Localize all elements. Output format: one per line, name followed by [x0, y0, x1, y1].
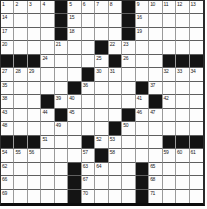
- clue-number: 40: [69, 95, 74, 101]
- white-cell-r1c7[interactable]: [95, 14, 108, 27]
- clue-number: 65: [150, 163, 155, 169]
- white-cell-r11c0[interactable]: 54: [1, 149, 14, 162]
- white-cell-r14c13[interactable]: [176, 190, 189, 203]
- white-cell-r0c13[interactable]: 12: [176, 1, 189, 14]
- white-cell-r7c2[interactable]: [28, 95, 41, 108]
- white-cell-r5c1[interactable]: 28: [14, 68, 27, 81]
- white-cell-r8c8[interactable]: [109, 109, 122, 122]
- clue-number: 23: [123, 41, 128, 47]
- white-cell-r5c12[interactable]: 32: [163, 68, 176, 81]
- white-cell-r4c3[interactable]: 24: [41, 55, 54, 68]
- white-cell-r0c7[interactable]: 7: [95, 1, 108, 14]
- white-cell-r9c3[interactable]: [41, 122, 54, 135]
- white-cell-r14c4[interactable]: [55, 190, 68, 203]
- clue-number: 58: [110, 149, 115, 155]
- white-cell-r1c11[interactable]: [149, 14, 162, 27]
- white-cell-r6c6[interactable]: 36: [82, 82, 95, 95]
- clue-number: 5: [69, 1, 71, 7]
- white-cell-r3c9[interactable]: 23: [122, 41, 135, 54]
- white-cell-r13c4[interactable]: [55, 176, 68, 189]
- white-cell-r5c4[interactable]: [55, 68, 68, 81]
- white-cell-r0c12[interactable]: 11: [163, 1, 176, 14]
- white-cell-r13c0[interactable]: 66: [1, 176, 14, 189]
- white-cell-r12c8[interactable]: [109, 163, 122, 176]
- white-cell-r8c0[interactable]: 43: [1, 109, 14, 122]
- white-cell-r1c10[interactable]: 16: [136, 14, 149, 27]
- white-cell-r11c9[interactable]: [122, 149, 135, 162]
- black-cell-r9c8: [109, 122, 122, 135]
- white-cell-r2c3[interactable]: [41, 28, 54, 41]
- white-cell-r3c6[interactable]: [82, 41, 95, 54]
- black-cell-r8c4: [55, 109, 68, 122]
- black-cell-r10c2: [28, 136, 41, 149]
- white-cell-r8c14[interactable]: [190, 109, 203, 122]
- white-cell-r6c8[interactable]: [109, 82, 122, 95]
- white-cell-r14c9[interactable]: [122, 190, 135, 203]
- white-cell-r1c12[interactable]: [163, 14, 176, 27]
- black-cell-r10c0: [1, 136, 14, 149]
- white-cell-r12c12[interactable]: [163, 163, 176, 176]
- clue-number: 41: [137, 95, 142, 101]
- white-cell-r12c13[interactable]: [176, 163, 189, 176]
- white-cell-r5c2[interactable]: 29: [28, 68, 41, 81]
- white-cell-r8c1[interactable]: [14, 109, 27, 122]
- white-cell-r12c14[interactable]: [190, 163, 203, 176]
- black-cell-r4c1: [14, 55, 27, 68]
- white-cell-r7c8[interactable]: [109, 95, 122, 108]
- white-cell-r0c10[interactable]: 9: [136, 1, 149, 14]
- clue-number: 69: [2, 190, 7, 196]
- white-cell-r9c4[interactable]: 49: [55, 122, 68, 135]
- white-cell-r4c6[interactable]: [82, 55, 95, 68]
- clue-number: 38: [2, 95, 7, 101]
- black-cell-r1c9: [122, 14, 135, 27]
- black-cell-r14c10: [136, 190, 149, 203]
- white-cell-r13c6[interactable]: 67: [82, 176, 95, 189]
- crossword-grid: 1234567891011121314151617181920212223242…: [0, 0, 205, 206]
- clue-number: 55: [15, 149, 20, 155]
- black-cell-r13c10: [136, 176, 149, 189]
- clue-number: 2: [15, 1, 17, 7]
- white-cell-r11c10[interactable]: [136, 149, 149, 162]
- white-cell-r13c9[interactable]: [122, 176, 135, 189]
- clue-number: 64: [96, 163, 101, 169]
- white-cell-r8c3[interactable]: 44: [41, 109, 54, 122]
- clue-number: 36: [83, 82, 88, 88]
- clue-number: 15: [69, 14, 74, 20]
- white-cell-r8c10[interactable]: 46: [136, 109, 149, 122]
- white-cell-r3c8[interactable]: 22: [109, 41, 122, 54]
- white-cell-r4c5[interactable]: [68, 55, 81, 68]
- black-cell-r11c7: [95, 149, 108, 162]
- clue-number: 70: [83, 190, 88, 196]
- white-cell-r7c14[interactable]: [190, 95, 203, 108]
- white-cell-r1c6[interactable]: [82, 14, 95, 27]
- white-cell-r7c7[interactable]: [95, 95, 108, 108]
- white-cell-r9c9[interactable]: 50: [122, 122, 135, 135]
- black-cell-r4c8: [109, 55, 122, 68]
- white-cell-r7c1[interactable]: [14, 95, 27, 108]
- black-cell-r5c6: [82, 68, 95, 81]
- white-cell-r13c2[interactable]: [28, 176, 41, 189]
- clue-number: 54: [2, 149, 7, 155]
- clue-number: 8: [110, 1, 112, 7]
- white-cell-r3c5[interactable]: [68, 41, 81, 54]
- white-cell-r12c0[interactable]: 62: [1, 163, 14, 176]
- black-cell-r4c0: [1, 55, 14, 68]
- white-cell-r7c6[interactable]: [82, 95, 95, 108]
- white-cell-r13c13[interactable]: [176, 176, 189, 189]
- black-cell-r4c2: [28, 55, 41, 68]
- white-cell-r3c13[interactable]: [176, 41, 189, 54]
- white-cell-r4c10[interactable]: [136, 55, 149, 68]
- white-cell-r12c11[interactable]: 65: [149, 163, 162, 176]
- white-cell-r4c4[interactable]: [55, 55, 68, 68]
- clue-number: 45: [69, 109, 74, 115]
- black-cell-r10c14: [190, 136, 203, 149]
- white-cell-r7c10[interactable]: 41: [136, 95, 149, 108]
- clue-number: 20: [2, 41, 7, 47]
- white-cell-r14c6[interactable]: 70: [82, 190, 95, 203]
- clue-number: 9: [137, 1, 139, 7]
- clue-number: 47: [150, 109, 155, 115]
- white-cell-r8c2[interactable]: [28, 109, 41, 122]
- clue-number: 51: [42, 136, 47, 142]
- white-cell-r9c14[interactable]: [190, 122, 203, 135]
- clue-number: 46: [137, 109, 142, 115]
- clue-number: 12: [177, 1, 182, 7]
- white-cell-r6c2[interactable]: [28, 82, 41, 95]
- black-cell-r4c12: [163, 55, 176, 68]
- black-cell-r8c9: [122, 109, 135, 122]
- clue-number: 50: [123, 122, 128, 128]
- white-cell-r4c11[interactable]: [149, 55, 162, 68]
- clue-number: 62: [2, 163, 7, 169]
- white-cell-r14c0[interactable]: 69: [1, 190, 14, 203]
- white-cell-r11c3[interactable]: [41, 149, 54, 162]
- white-cell-r14c14[interactable]: [190, 190, 203, 203]
- white-cell-r9c12[interactable]: [163, 122, 176, 135]
- clue-number: 71: [150, 190, 155, 196]
- black-cell-r6c10: [136, 82, 149, 95]
- white-cell-r12c6[interactable]: 63: [82, 163, 95, 176]
- black-cell-r0c4: [55, 1, 68, 14]
- clue-number: 66: [2, 176, 7, 182]
- white-cell-r0c14[interactable]: 13: [190, 1, 203, 14]
- clue-number: 22: [110, 41, 115, 47]
- white-cell-r2c8[interactable]: [109, 28, 122, 41]
- white-cell-r3c12[interactable]: [163, 41, 176, 54]
- white-cell-r4c7[interactable]: 25: [95, 55, 108, 68]
- white-cell-r1c2[interactable]: [28, 14, 41, 27]
- white-cell-r3c10[interactable]: [136, 41, 149, 54]
- clue-number: 3: [29, 1, 31, 7]
- white-cell-r9c2[interactable]: [28, 122, 41, 135]
- white-cell-r3c2[interactable]: [28, 41, 41, 54]
- white-cell-r11c5[interactable]: [68, 149, 81, 162]
- white-cell-r13c1[interactable]: [14, 176, 27, 189]
- clue-number: 34: [191, 68, 196, 74]
- white-cell-r0c2[interactable]: 3: [28, 1, 41, 14]
- white-cell-r11c14[interactable]: 61: [190, 149, 203, 162]
- white-cell-r2c11[interactable]: [149, 28, 162, 41]
- white-cell-r0c1[interactable]: 2: [14, 1, 27, 14]
- clue-number: 17: [2, 28, 7, 34]
- white-cell-r1c13[interactable]: [176, 14, 189, 27]
- white-cell-r14c11[interactable]: 71: [149, 190, 162, 203]
- white-cell-r0c6[interactable]: 6: [82, 1, 95, 14]
- clue-number: 13: [191, 1, 196, 7]
- black-cell-r1c4: [55, 14, 68, 27]
- white-cell-r5c7[interactable]: 30: [95, 68, 108, 81]
- black-cell-r3c7: [95, 41, 108, 54]
- white-cell-r12c3[interactable]: [41, 163, 54, 176]
- white-cell-r9c0[interactable]: 48: [1, 122, 14, 135]
- black-cell-r10c6: [82, 136, 95, 149]
- white-cell-r5c13[interactable]: 33: [176, 68, 189, 81]
- white-cell-r2c6[interactable]: [82, 28, 95, 41]
- white-cell-r12c7[interactable]: 64: [95, 163, 108, 176]
- black-cell-r12c5: [68, 163, 81, 176]
- white-cell-r7c12[interactable]: 42: [163, 95, 176, 108]
- clue-number: 28: [15, 68, 20, 74]
- white-cell-r8c7[interactable]: [95, 109, 108, 122]
- white-cell-r13c7[interactable]: [95, 176, 108, 189]
- white-cell-r9c1[interactable]: [14, 122, 27, 135]
- clue-number: 21: [56, 41, 61, 47]
- white-cell-r11c1[interactable]: 55: [14, 149, 27, 162]
- clue-number: 57: [83, 149, 88, 155]
- white-cell-r5c11[interactable]: [149, 68, 162, 81]
- white-cell-r2c7[interactable]: [95, 28, 108, 41]
- white-cell-r5c5[interactable]: [68, 68, 81, 81]
- clue-number: 4: [42, 1, 44, 7]
- clue-number: 11: [164, 1, 169, 7]
- clue-number: 42: [164, 95, 169, 101]
- clue-number: 44: [42, 109, 47, 115]
- white-cell-r3c4[interactable]: 21: [55, 41, 68, 54]
- white-cell-r14c8[interactable]: [109, 190, 122, 203]
- white-cell-r7c4[interactable]: 39: [55, 95, 68, 108]
- white-cell-r12c2[interactable]: [28, 163, 41, 176]
- clue-number: 39: [56, 95, 61, 101]
- black-cell-r10c1: [14, 136, 27, 149]
- white-cell-r1c5[interactable]: 15: [68, 14, 81, 27]
- white-cell-r10c7[interactable]: 52: [95, 136, 108, 149]
- white-cell-r6c3[interactable]: [41, 82, 54, 95]
- white-cell-r0c8[interactable]: 8: [109, 1, 122, 14]
- white-cell-r8c5[interactable]: 45: [68, 109, 81, 122]
- clue-number: 26: [123, 55, 128, 61]
- clue-number: 53: [110, 136, 115, 142]
- white-cell-r6c12[interactable]: [163, 82, 176, 95]
- white-cell-r6c14[interactable]: [190, 82, 203, 95]
- white-cell-r1c1[interactable]: [14, 14, 27, 27]
- white-cell-r10c3[interactable]: 51: [41, 136, 54, 149]
- white-cell-r4c9[interactable]: 26: [122, 55, 135, 68]
- white-cell-r2c10[interactable]: 19: [136, 28, 149, 41]
- clue-number: 61: [191, 149, 196, 155]
- white-cell-r6c11[interactable]: 37: [149, 82, 162, 95]
- clue-number: 33: [177, 68, 182, 74]
- black-cell-r2c4: [55, 28, 68, 41]
- clue-number: 27: [2, 68, 7, 74]
- clue-number: 29: [29, 68, 34, 74]
- clue-number: 60: [177, 149, 182, 155]
- white-cell-r14c12[interactable]: [163, 190, 176, 203]
- white-cell-r11c11[interactable]: [149, 149, 162, 162]
- white-cell-r6c7[interactable]: [95, 82, 108, 95]
- white-cell-r7c9[interactable]: [122, 95, 135, 108]
- white-cell-r1c3[interactable]: [41, 14, 54, 27]
- clue-number: 48: [2, 122, 7, 128]
- white-cell-r9c13[interactable]: [176, 122, 189, 135]
- white-cell-r9c10[interactable]: [136, 122, 149, 135]
- white-cell-r8c13[interactable]: [176, 109, 189, 122]
- white-cell-r10c4[interactable]: [55, 136, 68, 149]
- white-cell-r2c2[interactable]: [28, 28, 41, 41]
- black-cell-r0c9: [122, 1, 135, 14]
- white-cell-r1c0[interactable]: 14: [1, 14, 14, 27]
- clue-number: 56: [29, 149, 34, 155]
- clue-number: 24: [42, 55, 47, 61]
- white-cell-r1c8[interactable]: [109, 14, 122, 27]
- white-cell-r2c14[interactable]: [190, 28, 203, 41]
- white-cell-r9c6[interactable]: [82, 122, 95, 135]
- white-cell-r5c3[interactable]: [41, 68, 54, 81]
- white-cell-r2c5[interactable]: 18: [68, 28, 81, 41]
- clue-number: 25: [96, 55, 101, 61]
- white-cell-r3c1[interactable]: [14, 41, 27, 54]
- white-cell-r14c1[interactable]: [14, 190, 27, 203]
- white-cell-r5c10[interactable]: [136, 68, 149, 81]
- black-cell-r10c12: [163, 136, 176, 149]
- clue-number: 63: [83, 163, 88, 169]
- white-cell-r10c10[interactable]: [136, 136, 149, 149]
- white-cell-r7c13[interactable]: [176, 95, 189, 108]
- white-cell-r13c12[interactable]: [163, 176, 176, 189]
- white-cell-r12c9[interactable]: [122, 163, 135, 176]
- black-cell-r7c3: [41, 95, 54, 108]
- white-cell-r11c13[interactable]: 60: [176, 149, 189, 162]
- white-cell-r3c3[interactable]: [41, 41, 54, 54]
- clue-number: 30: [96, 68, 101, 74]
- white-cell-r13c11[interactable]: 68: [149, 176, 162, 189]
- white-cell-r0c0[interactable]: 1: [1, 1, 14, 14]
- white-cell-r11c4[interactable]: [55, 149, 68, 162]
- white-cell-r5c14[interactable]: 34: [190, 68, 203, 81]
- black-cell-r12c10: [136, 163, 149, 176]
- white-cell-r6c9[interactable]: [122, 82, 135, 95]
- white-cell-r14c7[interactable]: [95, 190, 108, 203]
- clue-number: 43: [2, 109, 7, 115]
- white-cell-r14c2[interactable]: [28, 190, 41, 203]
- white-cell-r9c11[interactable]: [149, 122, 162, 135]
- white-cell-r10c9[interactable]: [122, 136, 135, 149]
- white-cell-r11c12[interactable]: 59: [163, 149, 176, 162]
- white-cell-r5c8[interactable]: 31: [109, 68, 122, 81]
- white-cell-r13c3[interactable]: [41, 176, 54, 189]
- white-cell-r2c0[interactable]: 17: [1, 28, 14, 41]
- white-cell-r10c8[interactable]: 53: [109, 136, 122, 149]
- black-cell-r7c11: [149, 95, 162, 108]
- white-cell-r8c11[interactable]: 47: [149, 109, 162, 122]
- white-cell-r5c0[interactable]: 27: [1, 68, 14, 81]
- white-cell-r2c13[interactable]: [176, 28, 189, 41]
- white-cell-r8c12[interactable]: [163, 109, 176, 122]
- white-cell-r3c14[interactable]: [190, 41, 203, 54]
- white-cell-r8c6[interactable]: [82, 109, 95, 122]
- white-cell-r10c5[interactable]: [68, 136, 81, 149]
- clue-number: 68: [150, 176, 155, 182]
- clue-number: 1: [2, 1, 4, 7]
- clue-number: 19: [137, 28, 142, 34]
- black-cell-r4c13: [176, 55, 189, 68]
- white-cell-r6c13[interactable]: [176, 82, 189, 95]
- white-cell-r1c14[interactable]: [190, 14, 203, 27]
- white-cell-r9c5[interactable]: [68, 122, 81, 135]
- clue-number: 52: [96, 136, 101, 142]
- white-cell-r0c5[interactable]: 5: [68, 1, 81, 14]
- white-cell-r0c3[interactable]: 4: [41, 1, 54, 14]
- white-cell-r10c11[interactable]: [149, 136, 162, 149]
- white-cell-r6c0[interactable]: 35: [1, 82, 14, 95]
- clue-number: 35: [2, 82, 7, 88]
- clue-number: 59: [164, 149, 169, 155]
- white-cell-r5c9[interactable]: [122, 68, 135, 81]
- white-cell-r12c4[interactable]: [55, 163, 68, 176]
- white-cell-r3c0[interactable]: 20: [1, 41, 14, 54]
- white-cell-r0c11[interactable]: 10: [149, 1, 162, 14]
- clue-number: 49: [56, 122, 61, 128]
- clue-number: 18: [69, 28, 74, 34]
- black-cell-r6c5: [68, 82, 81, 95]
- clue-number: 7: [96, 1, 98, 7]
- white-cell-r12c1[interactable]: [14, 163, 27, 176]
- clue-number: 31: [110, 68, 115, 74]
- clue-number: 67: [83, 176, 88, 182]
- white-cell-r11c2[interactable]: 56: [28, 149, 41, 162]
- white-cell-r14c3[interactable]: [41, 190, 54, 203]
- clue-number: 16: [137, 14, 142, 20]
- white-cell-r9c7[interactable]: [95, 122, 108, 135]
- white-cell-r11c6[interactable]: 57: [82, 149, 95, 162]
- clue-number: 10: [150, 1, 155, 7]
- black-cell-r2c9: [122, 28, 135, 41]
- black-cell-r14c5: [68, 190, 81, 203]
- white-cell-r13c8[interactable]: [109, 176, 122, 189]
- white-cell-r7c5[interactable]: 40: [68, 95, 81, 108]
- black-cell-r10c13: [176, 136, 189, 149]
- clue-number: 6: [83, 1, 85, 7]
- white-cell-r11c8[interactable]: 58: [109, 149, 122, 162]
- white-cell-r3c11[interactable]: [149, 41, 162, 54]
- clue-number: 37: [150, 82, 155, 88]
- white-cell-r6c1[interactable]: [14, 82, 27, 95]
- white-cell-r6c4[interactable]: [55, 82, 68, 95]
- black-cell-r13c5: [68, 176, 81, 189]
- white-cell-r7c0[interactable]: 38: [1, 95, 14, 108]
- clue-number: 14: [2, 14, 7, 20]
- black-cell-r4c14: [190, 55, 203, 68]
- clue-number: 32: [164, 68, 169, 74]
- white-cell-r2c12[interactable]: [163, 28, 176, 41]
- white-cell-r13c14[interactable]: [190, 176, 203, 189]
- white-cell-r2c1[interactable]: [14, 28, 27, 41]
